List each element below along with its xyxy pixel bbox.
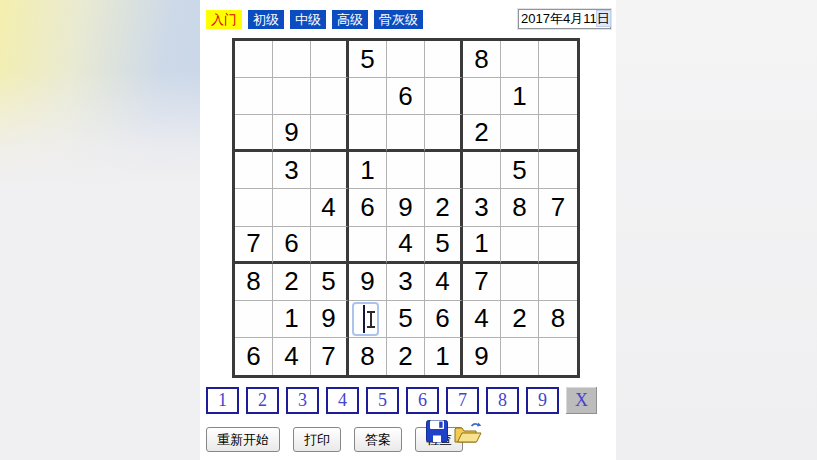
- cell-r9c6[interactable]: 1: [425, 338, 463, 375]
- cell-r5c4[interactable]: 6: [349, 189, 387, 226]
- cell-r8c7[interactable]: 4: [463, 301, 501, 338]
- cell-r7c8[interactable]: [501, 264, 539, 301]
- cell-r7c4[interactable]: 9: [349, 264, 387, 301]
- answer-button[interactable]: 答案: [354, 427, 402, 452]
- cell-r3c4[interactable]: [349, 115, 387, 152]
- text-caret: [363, 305, 365, 333]
- cell-r6c9[interactable]: [539, 227, 577, 264]
- cell-r1c8[interactable]: [501, 41, 539, 78]
- difficulty-tabs: 入门初级中级高级骨灰级: [206, 10, 423, 29]
- cell-r4c6[interactable]: [425, 152, 463, 189]
- cell-r9c2[interactable]: 4: [273, 338, 311, 375]
- numpad-button-8[interactable]: 8: [486, 387, 519, 414]
- cell-r6c2[interactable]: 6: [273, 227, 311, 264]
- floppy-disk-icon: [426, 419, 448, 443]
- numpad-button-4[interactable]: 4: [326, 387, 359, 414]
- cell-r5c3[interactable]: 4: [311, 189, 349, 226]
- cell-r4c2[interactable]: 3: [273, 152, 311, 189]
- number-pad: 123456789X: [206, 387, 604, 414]
- cell-r3c9[interactable]: [539, 115, 577, 152]
- cell-r8c5[interactable]: 5: [387, 301, 425, 338]
- numpad-button-5[interactable]: 5: [366, 387, 399, 414]
- cell-r1c4[interactable]: 5: [349, 41, 387, 78]
- cell-r9c5[interactable]: 2: [387, 338, 425, 375]
- cell-r5c5[interactable]: 9: [387, 189, 425, 226]
- cell-r3c3[interactable]: [311, 115, 349, 152]
- tab-intermediate[interactable]: 中级: [290, 10, 326, 29]
- cell-r4c9[interactable]: [539, 152, 577, 189]
- cell-r2c8[interactable]: 1: [501, 78, 539, 115]
- cell-r7c6[interactable]: 4: [425, 264, 463, 301]
- cell-r6c1[interactable]: 7: [235, 227, 273, 264]
- cell-r2c7[interactable]: [463, 78, 501, 115]
- cell-r6c5[interactable]: 4: [387, 227, 425, 264]
- numpad-button-7[interactable]: 7: [446, 387, 479, 414]
- cell-r7c7[interactable]: 7: [463, 264, 501, 301]
- cell-r8c6[interactable]: 6: [425, 301, 463, 338]
- numpad-button-3[interactable]: 3: [286, 387, 319, 414]
- numpad-button-9[interactable]: 9: [526, 387, 559, 414]
- cell-r9c4[interactable]: 8: [349, 338, 387, 375]
- cell-r6c4[interactable]: [349, 227, 387, 264]
- cell-r3c2[interactable]: 9: [273, 115, 311, 152]
- cell-r7c9[interactable]: [539, 264, 577, 301]
- cell-r1c3[interactable]: [311, 41, 349, 78]
- cell-r2c6[interactable]: [425, 78, 463, 115]
- cell-r8c1[interactable]: [235, 301, 273, 338]
- cell-r6c7[interactable]: 1: [463, 227, 501, 264]
- cell-r5c2[interactable]: [273, 189, 311, 226]
- cell-r9c8[interactable]: [501, 338, 539, 375]
- numpad-button-clear[interactable]: X: [566, 387, 597, 414]
- cell-r8c8[interactable]: 2: [501, 301, 539, 338]
- cell-r8c4[interactable]: [349, 301, 387, 338]
- cell-r2c5[interactable]: 6: [387, 78, 425, 115]
- cell-r8c9[interactable]: 8: [539, 301, 577, 338]
- ibeam-cursor-icon: [367, 311, 376, 328]
- cell-r9c7[interactable]: 9: [463, 338, 501, 375]
- cell-r9c3[interactable]: 7: [311, 338, 349, 375]
- cell-r1c9[interactable]: [539, 41, 577, 78]
- cell-r1c1[interactable]: [235, 41, 273, 78]
- cell-r7c5[interactable]: 3: [387, 264, 425, 301]
- cell-r3c7[interactable]: 2: [463, 115, 501, 152]
- cell-r1c2[interactable]: [273, 41, 311, 78]
- cell-r7c1[interactable]: 8: [235, 264, 273, 301]
- cell-r5c8[interactable]: 8: [501, 189, 539, 226]
- background-gradient-left: [0, 0, 200, 460]
- cell-r5c9[interactable]: 7: [539, 189, 577, 226]
- cell-input[interactable]: [352, 302, 379, 336]
- cell-r2c2[interactable]: [273, 78, 311, 115]
- cell-r2c1[interactable]: [235, 78, 273, 115]
- cell-r9c9[interactable]: [539, 338, 577, 375]
- toolbar: 重新开始打印答案检查: [206, 427, 463, 452]
- cell-r5c1[interactable]: [235, 189, 273, 226]
- tab-beginner[interactable]: 入门: [206, 10, 242, 29]
- numpad-button-2[interactable]: 2: [246, 387, 279, 414]
- sudoku-board: 5861923154692387764518259347195642864782…: [232, 38, 580, 378]
- cell-r4c7[interactable]: [463, 152, 501, 189]
- cell-r2c4[interactable]: [349, 78, 387, 115]
- cell-r3c1[interactable]: [235, 115, 273, 152]
- cell-r4c3[interactable]: [311, 152, 349, 189]
- numpad-button-1[interactable]: 1: [206, 387, 239, 414]
- print-button[interactable]: 打印: [293, 427, 341, 452]
- cell-r6c8[interactable]: [501, 227, 539, 264]
- restart-button[interactable]: 重新开始: [206, 427, 280, 452]
- open-folder-icon: [453, 421, 483, 444]
- cell-r4c5[interactable]: [387, 152, 425, 189]
- tab-elementary[interactable]: 初级: [248, 10, 284, 29]
- date-last-char: 日: [597, 11, 610, 26]
- cell-r1c5[interactable]: [387, 41, 425, 78]
- cell-r3c8[interactable]: [501, 115, 539, 152]
- tab-advanced[interactable]: 高级: [332, 10, 368, 29]
- sudoku-app-panel: 入门初级中级高级骨灰级 2017年4月11日 58619231546923877…: [200, 0, 616, 460]
- cell-r7c3[interactable]: 5: [311, 264, 349, 301]
- cell-r1c7[interactable]: 8: [463, 41, 501, 78]
- cell-r3c6[interactable]: [425, 115, 463, 152]
- cell-r8c2[interactable]: 1: [273, 301, 311, 338]
- cell-r6c3[interactable]: [311, 227, 349, 264]
- date-text: 2017年4月11: [521, 11, 597, 26]
- cell-r8c3[interactable]: 9: [311, 301, 349, 338]
- cell-r2c9[interactable]: [539, 78, 577, 115]
- cell-r4c1[interactable]: [235, 152, 273, 189]
- numpad-button-6[interactable]: 6: [406, 387, 439, 414]
- cell-r6c6[interactable]: 5: [425, 227, 463, 264]
- cell-r7c2[interactable]: 2: [273, 264, 311, 301]
- cell-r4c8[interactable]: 5: [501, 152, 539, 189]
- open-button[interactable]: [453, 421, 483, 444]
- save-button[interactable]: [426, 419, 448, 443]
- date-display[interactable]: 2017年4月11日: [518, 9, 611, 29]
- cell-r1c6[interactable]: [425, 41, 463, 78]
- cell-r3c5[interactable]: [387, 115, 425, 152]
- cell-r4c4[interactable]: 1: [349, 152, 387, 189]
- background-gradient-right: [616, 0, 817, 460]
- cell-r5c6[interactable]: 2: [425, 189, 463, 226]
- cell-r5c7[interactable]: 3: [463, 189, 501, 226]
- cell-r9c1[interactable]: 6: [235, 338, 273, 375]
- cell-r2c3[interactable]: [311, 78, 349, 115]
- tab-expert[interactable]: 骨灰级: [374, 10, 423, 29]
